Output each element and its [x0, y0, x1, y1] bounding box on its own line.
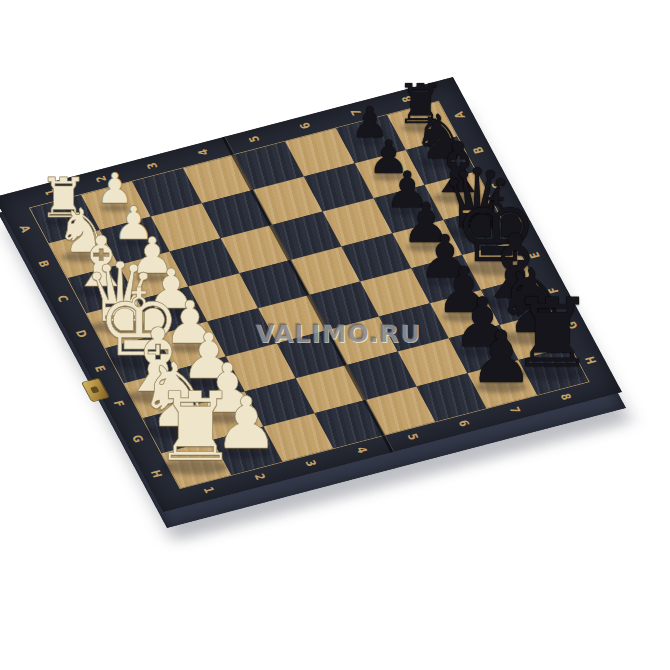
brass-hinge-icon — [81, 378, 110, 403]
product-photo-scene: AABBCCDDEEFFGGHH1122334455667788 ♜♞♝♛♚♝♞… — [0, 0, 670, 670]
watermark: VALIMO.RU — [255, 319, 421, 348]
